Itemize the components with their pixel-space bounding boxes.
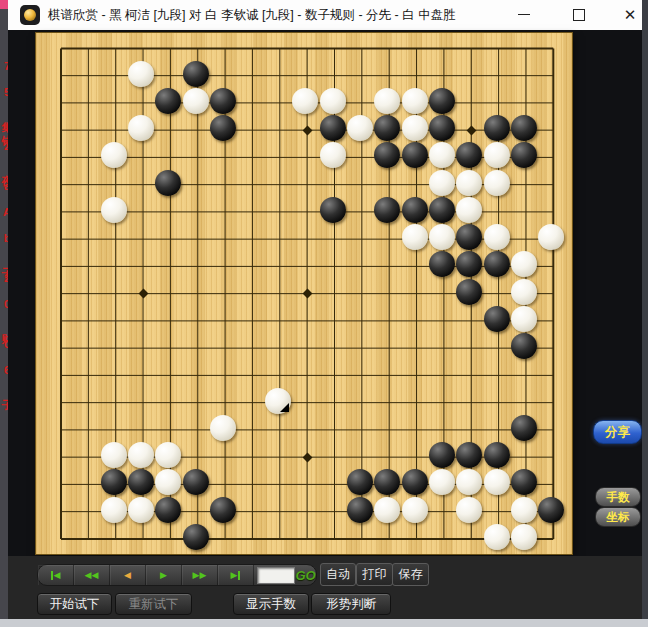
stone-black <box>183 469 209 495</box>
background-window-fragment <box>0 0 8 9</box>
stone-black <box>429 197 455 223</box>
minimize-icon <box>518 14 530 15</box>
app-icon <box>20 5 40 25</box>
trial-restart-button[interactable]: 重新试下 <box>115 593 192 615</box>
stone-white <box>347 115 373 141</box>
stone-black <box>402 469 428 495</box>
stone-white <box>402 224 428 250</box>
stone-white <box>511 279 537 305</box>
save-button[interactable]: 保存 <box>392 563 429 586</box>
stone-white <box>101 442 127 468</box>
stone-black <box>155 497 181 523</box>
stone-white <box>484 224 510 250</box>
stone-black <box>183 61 209 87</box>
stone-black <box>484 442 510 468</box>
stone-black <box>155 170 181 196</box>
stone-black <box>538 497 564 523</box>
nav-next-button[interactable]: ▶ <box>146 565 182 585</box>
bottom-toolbar: ◀◀◀◀▶▶▶▶GO 自动打印保存开始试下重新试下显示手数形势判断 <box>8 556 642 619</box>
stone-white <box>402 88 428 114</box>
background-window-right-edge <box>642 0 648 619</box>
stone-white <box>429 170 455 196</box>
stone-white <box>183 88 209 114</box>
share-button[interactable]: 分享 <box>593 420 642 444</box>
title-bar: 棋谱欣赏 - 黑 柯洁 [九段] 对 白 李钦诚 [九段] - 数子规则 - 分… <box>8 0 642 30</box>
stone-white <box>511 524 537 550</box>
stone-white <box>511 497 537 523</box>
maximize-icon <box>573 9 585 21</box>
stone-black <box>210 88 236 114</box>
stone-black <box>320 115 346 141</box>
stone-white <box>128 497 154 523</box>
background-window-strip: 75集错2夜aAb子20财06子 <box>0 0 8 627</box>
stone-black <box>429 115 455 141</box>
stone-white <box>456 197 482 223</box>
go-button[interactable]: GO <box>295 565 316 585</box>
move-navigation-bar: ◀◀◀◀▶▶▶▶GO <box>37 564 317 586</box>
auto-button[interactable]: 自动 <box>320 563 356 586</box>
nav-prev10-button[interactable]: ◀◀ <box>74 565 110 585</box>
stone-white <box>402 115 428 141</box>
stone-white <box>210 415 236 441</box>
stone-black <box>484 251 510 277</box>
stone-white <box>320 88 346 114</box>
stone-black <box>210 497 236 523</box>
stone-black <box>484 115 510 141</box>
nav-next10-button[interactable]: ▶▶ <box>182 565 218 585</box>
stone-black <box>429 442 455 468</box>
stone-white <box>265 388 291 414</box>
stone-black <box>374 197 400 223</box>
trial-start-button[interactable]: 开始试下 <box>37 593 112 615</box>
nav-first-button[interactable]: ◀ <box>38 565 74 585</box>
judge-button[interactable]: 形势判断 <box>311 593 391 615</box>
stone-white <box>101 197 127 223</box>
stone-white <box>484 170 510 196</box>
stone-white <box>374 497 400 523</box>
stone-white <box>128 115 154 141</box>
stone-black <box>456 279 482 305</box>
desktop-bottom-strip <box>0 619 648 627</box>
stone-black <box>402 197 428 223</box>
minimize-button[interactable] <box>507 0 541 30</box>
stone-white <box>484 142 510 168</box>
stone-black <box>402 142 428 168</box>
screen: 75集错2夜aAb子20财06子 棋谱欣赏 - 黑 柯洁 [九段] 对 白 李钦… <box>0 0 648 627</box>
last-move-marker <box>280 403 289 412</box>
stone-black <box>183 524 209 550</box>
print-button[interactable]: 打印 <box>356 563 393 586</box>
stone-white <box>456 497 482 523</box>
stone-black <box>429 88 455 114</box>
stone-black <box>320 197 346 223</box>
show-moves-button[interactable]: 显示手数 <box>233 593 309 615</box>
background-window-text: 75集错2夜aAb子20财06子 <box>0 60 8 404</box>
stone-black <box>347 497 373 523</box>
stone-white <box>128 442 154 468</box>
stone-white <box>484 469 510 495</box>
stone-black <box>511 115 537 141</box>
window-title: 棋谱欣赏 - 黑 柯洁 [九段] 对 白 李钦诚 [九段] - 数子规则 - 分… <box>48 0 456 30</box>
stone-white <box>429 224 455 250</box>
stone-white <box>456 170 482 196</box>
stone-black <box>101 469 127 495</box>
stone-white <box>484 524 510 550</box>
move-number-input[interactable] <box>257 567 295 584</box>
coordinates-toggle-button[interactable]: 坐标 <box>595 507 641 527</box>
stone-white <box>101 142 127 168</box>
move-count-toggle-button[interactable]: 手数 <box>595 487 641 507</box>
nav-prev-button[interactable]: ◀ <box>110 565 146 585</box>
go-board[interactable] <box>36 33 572 554</box>
stone-black <box>511 415 537 441</box>
nav-last-button[interactable]: ▶ <box>218 565 254 585</box>
go-stone-logo-icon <box>24 9 36 21</box>
stone-white <box>320 142 346 168</box>
stone-white <box>402 497 428 523</box>
maximize-button[interactable] <box>562 0 596 30</box>
stone-white <box>374 88 400 114</box>
stone-black <box>511 333 537 359</box>
stone-white <box>128 61 154 87</box>
stone-white <box>101 497 127 523</box>
stone-black <box>484 306 510 332</box>
stone-white <box>511 306 537 332</box>
stone-white <box>292 88 318 114</box>
